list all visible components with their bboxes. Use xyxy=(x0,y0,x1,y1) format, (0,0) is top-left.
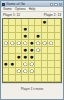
player1-label: Player 1: xyxy=(3,13,16,17)
status-text: Player 1's move xyxy=(21,87,44,91)
black-stone[interactable]: ● xyxy=(23,26,27,32)
black-stone[interactable]: ● xyxy=(4,61,8,67)
black-stone[interactable]: ● xyxy=(42,19,46,25)
white-stone[interactable]: ● xyxy=(49,40,53,46)
black-stone[interactable]: ● xyxy=(23,33,27,39)
white-stone[interactable]: ● xyxy=(23,40,27,46)
black-stone[interactable]: ● xyxy=(23,47,27,53)
white-stone[interactable]: ● xyxy=(42,40,46,46)
white-stone[interactable]: ● xyxy=(23,68,27,74)
board-cell[interactable] xyxy=(55,75,61,82)
player1-value: 12 xyxy=(17,13,21,17)
board-cell[interactable] xyxy=(55,68,61,75)
board-cell[interactable] xyxy=(55,33,61,40)
menu-item-options[interactable]: Options xyxy=(15,7,26,11)
white-stone[interactable]: ● xyxy=(23,61,27,67)
black-stone[interactable]: ● xyxy=(23,54,27,60)
board-cell[interactable] xyxy=(55,26,61,33)
board-cell[interactable] xyxy=(55,19,61,26)
black-stone[interactable]: ● xyxy=(10,61,14,67)
menu-item-help[interactable]: Help xyxy=(29,7,36,11)
maximize-button[interactable] xyxy=(54,3,58,6)
board-cell[interactable] xyxy=(55,54,61,61)
app-icon xyxy=(2,3,5,6)
status-bar: Player 1's move xyxy=(1,83,63,99)
minimize-button[interactable] xyxy=(50,3,54,6)
white-stone[interactable]: ● xyxy=(29,68,33,74)
board-cell[interactable] xyxy=(55,61,61,68)
white-stone[interactable]: ● xyxy=(10,40,14,46)
black-stone[interactable]: ● xyxy=(29,47,33,53)
black-stone[interactable]: ● xyxy=(29,54,33,60)
player2-label: Player 2: xyxy=(44,13,57,17)
white-stone[interactable]: ● xyxy=(16,68,20,74)
board-cell[interactable] xyxy=(55,40,61,47)
close-button[interactable] xyxy=(59,3,63,6)
player1-score: Player 1: 12 xyxy=(3,13,20,17)
window-title: Game of Go xyxy=(6,2,49,6)
menu-item-game[interactable]: Game xyxy=(3,7,12,11)
board-cell[interactable] xyxy=(55,47,61,54)
white-stone[interactable]: ● xyxy=(29,61,33,67)
player2-score: Player 2: 13 xyxy=(44,13,61,17)
white-stone[interactable]: ● xyxy=(36,40,40,46)
black-stone[interactable]: ● xyxy=(29,40,33,46)
black-stone[interactable]: ● xyxy=(36,33,40,39)
white-stone[interactable]: ● xyxy=(36,47,40,53)
game-window: Game of Go GameOptionsHelp Player 1: 12 … xyxy=(0,0,64,100)
board-area: ●●●●●●●●●●●●●●●●●●●●●●●●● xyxy=(1,18,63,83)
white-stone[interactable]: ● xyxy=(4,40,8,46)
white-stone[interactable]: ● xyxy=(16,40,20,46)
black-stone[interactable]: ● xyxy=(16,54,20,60)
board: ●●●●●●●●●●●●●●●●●●●●●●●●● xyxy=(2,18,62,83)
player2-value: 13 xyxy=(57,13,61,17)
